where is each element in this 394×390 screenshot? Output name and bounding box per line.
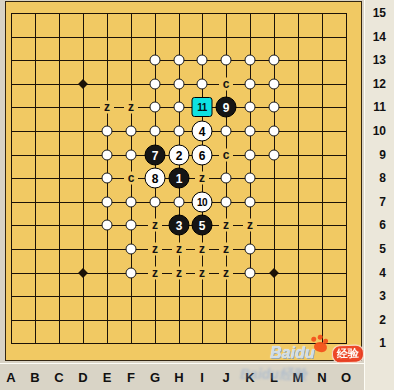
circle-marker — [102, 126, 113, 137]
circle-marker — [269, 150, 280, 161]
z-marker: z — [219, 219, 233, 232]
c-marker: c — [124, 172, 138, 185]
grid-line-vertical — [322, 13, 323, 344]
circle-marker — [269, 55, 280, 66]
circle-marker — [126, 268, 137, 279]
watermark-brand-text: Baidu — [270, 344, 314, 362]
circle-marker — [269, 126, 280, 137]
column-label-A: A — [6, 370, 15, 385]
stone-move-11-black: 11 — [192, 97, 213, 117]
circle-marker — [174, 102, 185, 113]
row-label-13: 13 — [366, 53, 386, 67]
row-label-2: 2 — [366, 313, 386, 327]
z-marker: z — [219, 243, 233, 256]
circle-marker — [245, 173, 256, 184]
circle-marker — [221, 55, 232, 66]
row-label-11: 11 — [366, 100, 386, 114]
stone-move-7-black: 7 — [145, 145, 166, 166]
circle-marker — [269, 79, 280, 90]
stone-move-8-white: 8 — [145, 168, 166, 189]
column-label-O: O — [341, 370, 351, 385]
row-label-4: 4 — [366, 266, 386, 280]
z-marker: z — [100, 101, 114, 114]
c-marker: c — [219, 149, 233, 162]
watermark-echo-text: Baidu经验 — [240, 366, 307, 384]
baidu-paw-icon — [313, 341, 328, 353]
grid-line-vertical — [298, 13, 299, 344]
circle-marker — [126, 197, 137, 208]
circle-marker — [174, 126, 185, 137]
circle-marker — [174, 79, 185, 90]
z-marker: z — [148, 219, 162, 232]
circle-marker — [150, 126, 161, 137]
circle-marker — [269, 102, 280, 113]
stone-move-6-white: 6 — [192, 145, 213, 166]
z-marker: z — [195, 243, 209, 256]
go-diagram-window: ccczzzzzzzzzzzzzz1234567891011 151413121… — [0, 0, 394, 390]
circle-marker — [126, 126, 137, 137]
row-label-7: 7 — [366, 195, 386, 209]
stone-move-10-white: 10 — [192, 192, 213, 213]
circle-marker — [126, 220, 137, 231]
z-marker: z — [148, 243, 162, 256]
circle-marker — [221, 173, 232, 184]
z-marker: z — [219, 267, 233, 280]
row-label-5: 5 — [366, 242, 386, 256]
watermark-badge: 经验 — [332, 344, 365, 363]
circle-marker — [221, 126, 232, 137]
grid-line-vertical — [346, 13, 347, 344]
circle-marker — [150, 79, 161, 90]
column-label-J: J — [222, 370, 229, 385]
c-marker: c — [219, 78, 233, 91]
stone-move-4-white: 4 — [192, 121, 213, 142]
z-marker: z — [195, 172, 209, 185]
go-board: ccczzzzzzzzzzzzzz1234567891011 — [5, 1, 362, 361]
circle-marker — [245, 102, 256, 113]
z-marker: z — [243, 219, 257, 232]
column-label-E: E — [103, 370, 112, 385]
row-label-3: 3 — [366, 289, 386, 303]
circle-marker — [245, 79, 256, 90]
circle-marker — [245, 126, 256, 137]
stone-move-3-black: 3 — [169, 215, 190, 236]
z-marker: z — [172, 243, 186, 256]
column-label-D: D — [78, 370, 87, 385]
z-marker: z — [124, 101, 138, 114]
column-label-B: B — [30, 370, 39, 385]
circle-marker — [245, 268, 256, 279]
stone-move-5-black: 5 — [192, 215, 213, 236]
row-label-8: 8 — [366, 171, 386, 185]
circle-marker — [102, 173, 113, 184]
circle-marker — [174, 55, 185, 66]
column-label-F: F — [127, 370, 135, 385]
circle-marker — [197, 55, 208, 66]
circle-marker — [174, 197, 185, 208]
star-point — [269, 268, 279, 278]
z-marker: z — [195, 267, 209, 280]
row-label-12: 12 — [366, 77, 386, 91]
stone-move-2-white: 2 — [169, 145, 190, 166]
grid-line-horizontal — [11, 320, 347, 321]
circle-marker — [126, 244, 137, 255]
row-label-10: 10 — [366, 124, 386, 138]
grid-line-horizontal — [11, 296, 347, 297]
z-marker: z — [172, 267, 186, 280]
circle-marker — [102, 150, 113, 161]
column-label-H: H — [174, 370, 183, 385]
column-label-G: G — [150, 370, 160, 385]
circle-marker — [102, 197, 113, 208]
column-label-N: N — [317, 370, 326, 385]
row-label-6: 6 — [366, 218, 386, 232]
circle-marker — [102, 220, 113, 231]
column-label-I: I — [200, 370, 204, 385]
row-label-9: 9 — [366, 148, 386, 162]
circle-marker — [197, 79, 208, 90]
star-point — [78, 268, 88, 278]
stone-move-9-black: 9 — [216, 97, 237, 118]
star-point — [78, 79, 88, 89]
circle-marker — [150, 197, 161, 208]
circle-marker — [150, 102, 161, 113]
stone-move-1-black: 1 — [169, 168, 190, 189]
circle-marker — [150, 55, 161, 66]
circle-marker — [126, 150, 137, 161]
circle-marker — [221, 197, 232, 208]
z-marker: z — [148, 267, 162, 280]
row-label-14: 14 — [366, 30, 386, 44]
circle-marker — [245, 244, 256, 255]
circle-marker — [245, 150, 256, 161]
circle-marker — [245, 55, 256, 66]
baidu-watermark: Baidu 经验 — [266, 336, 386, 366]
circle-marker — [245, 197, 256, 208]
row-label-15: 15 — [366, 6, 386, 20]
column-label-C: C — [54, 370, 63, 385]
